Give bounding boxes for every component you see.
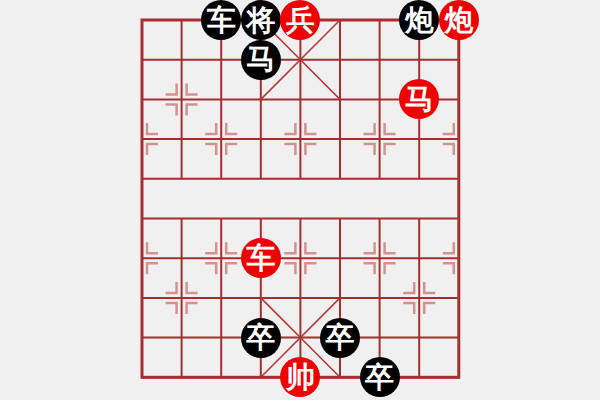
position-marker (305, 263, 316, 274)
position-marker (364, 242, 375, 253)
position-marker (403, 282, 414, 293)
position-marker (305, 123, 316, 134)
position-marker (226, 144, 237, 155)
position-marker (443, 123, 454, 134)
position-marker (187, 83, 198, 94)
position-marker (166, 282, 177, 293)
piece-black-cannon[interactable]: 炮 (399, 0, 439, 40)
position-marker (284, 263, 295, 274)
piece-black-horse[interactable]: 马 (241, 40, 281, 80)
position-marker (385, 144, 396, 155)
piece-red-soldier[interactable]: 兵 (280, 0, 320, 40)
position-marker (187, 282, 198, 293)
position-marker (284, 144, 295, 155)
piece-black-soldier-3[interactable]: 卒 (360, 357, 400, 397)
position-marker (305, 242, 316, 253)
piece-black-soldier-1[interactable]: 卒 (241, 318, 281, 358)
piece-red-horse[interactable]: 马 (399, 79, 439, 119)
position-marker (147, 242, 158, 253)
position-marker (364, 144, 375, 155)
position-marker (443, 144, 454, 155)
position-marker (424, 282, 435, 293)
position-marker (226, 263, 237, 274)
position-marker (205, 123, 216, 134)
piece-red-cannon[interactable]: 炮 (439, 0, 479, 40)
position-marker (205, 242, 216, 253)
screen: 车将兵炮炮马马车卒卒帅卒 (0, 0, 600, 400)
position-marker (147, 123, 158, 134)
piece-red-chariot[interactable]: 车 (241, 238, 281, 278)
position-marker (385, 123, 396, 134)
position-marker (403, 303, 414, 314)
position-marker (364, 263, 375, 274)
position-marker (166, 303, 177, 314)
piece-black-general[interactable]: 将 (241, 0, 281, 40)
xiangqi-board-grid (0, 0, 600, 400)
position-marker (226, 123, 237, 134)
position-marker (424, 303, 435, 314)
position-marker (147, 144, 158, 155)
position-marker (187, 104, 198, 115)
piece-black-chariot[interactable]: 车 (201, 0, 241, 40)
position-marker (205, 144, 216, 155)
position-marker (385, 263, 396, 274)
position-marker (226, 242, 237, 253)
position-marker (284, 123, 295, 134)
position-marker (187, 303, 198, 314)
position-marker (443, 263, 454, 274)
position-marker (166, 104, 177, 115)
position-marker (364, 123, 375, 134)
piece-red-general[interactable]: 帅 (280, 357, 320, 397)
position-marker (147, 263, 158, 274)
position-marker (205, 263, 216, 274)
piece-black-soldier-2[interactable]: 卒 (320, 318, 360, 358)
position-marker (166, 83, 177, 94)
position-marker (443, 242, 454, 253)
position-marker (385, 242, 396, 253)
position-marker (284, 242, 295, 253)
position-marker (305, 144, 316, 155)
